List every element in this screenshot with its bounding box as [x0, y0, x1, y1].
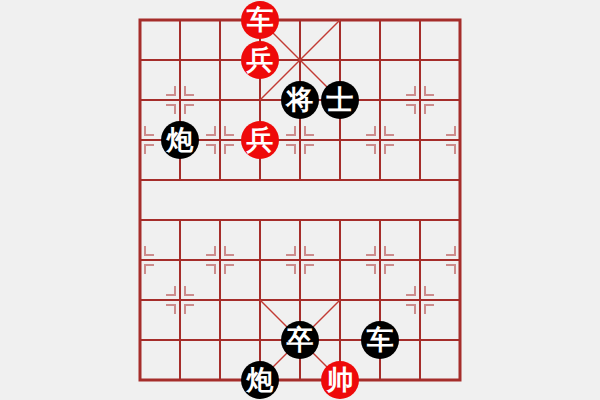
black-soldier-piece[interactable]: 卒	[281, 321, 319, 359]
black-advisor-piece[interactable]: 士	[321, 81, 359, 119]
xiangqi-board-diagram: 车兵将士炮兵卒车炮帅	[0, 0, 600, 400]
black-general-piece[interactable]: 将	[281, 81, 319, 119]
piece-layer: 车兵将士炮兵卒车炮帅	[120, 0, 480, 400]
black-cannon-piece[interactable]: 炮	[241, 361, 279, 399]
red-soldier-piece[interactable]: 兵	[241, 121, 279, 159]
black-cannon-piece[interactable]: 炮	[161, 121, 199, 159]
red-chariot-piece[interactable]: 车	[241, 1, 279, 39]
red-soldier-piece[interactable]: 兵	[241, 41, 279, 79]
red-general-piece[interactable]: 帅	[321, 361, 359, 399]
black-chariot-piece[interactable]: 车	[361, 321, 399, 359]
